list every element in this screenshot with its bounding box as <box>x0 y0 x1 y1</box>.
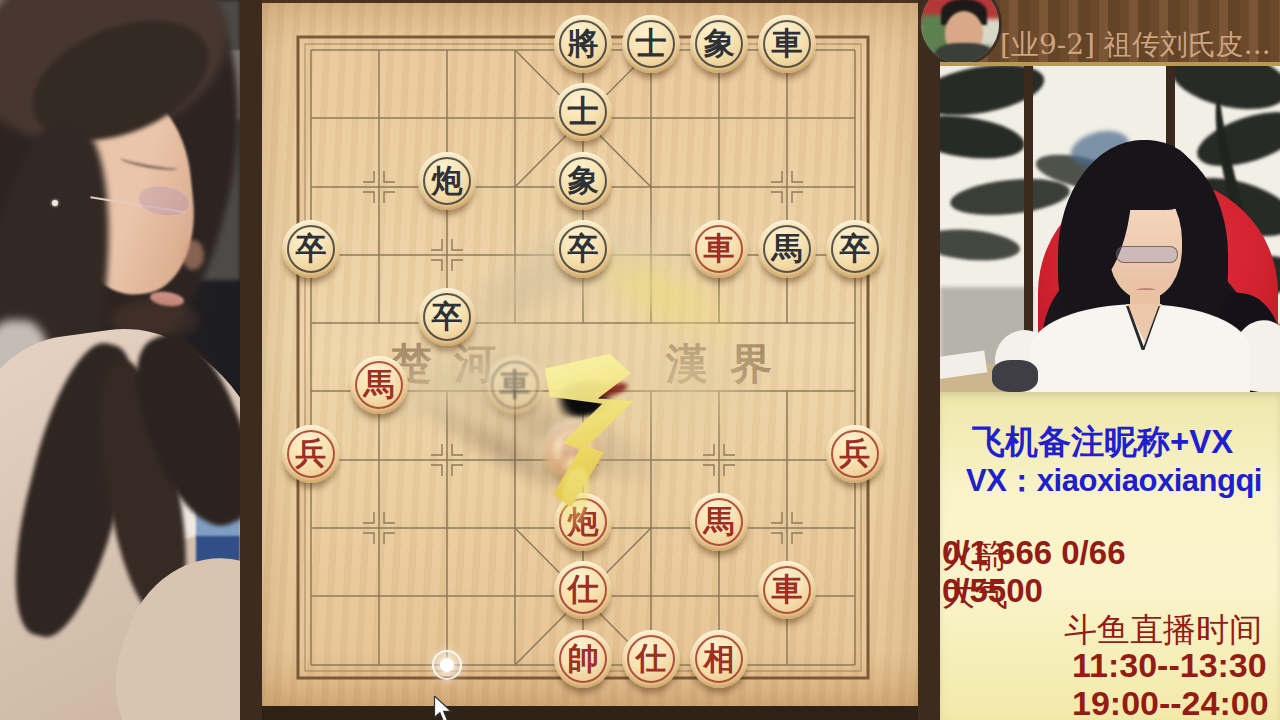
piece-glyph: 兵 <box>840 438 871 469</box>
piece-red-elephant[interactable]: 相 <box>690 630 748 688</box>
piece-red-general[interactable]: 帥 <box>554 630 612 688</box>
piece-black-soldier[interactable]: 卒 <box>418 288 476 346</box>
piece-black-advisor[interactable]: 士 <box>554 83 612 141</box>
river-label-right: 漢界 <box>666 336 794 392</box>
piece-glyph: 卒 <box>296 233 327 264</box>
piece-glyph: 車 <box>772 28 803 59</box>
info-panel: 飞机备注昵称+VX VX：xiaoxiaoxiangqi 火箭 0/1 666 … <box>940 392 1280 720</box>
piece-glyph: 馬 <box>364 369 395 400</box>
schedule-time-1: 11:30--13:30 <box>1072 646 1267 685</box>
piece-glyph: 仕 <box>568 574 599 605</box>
board-top-edge <box>262 0 918 3</box>
frame-gold-trim <box>940 62 1280 66</box>
piece-glyph: 馬 <box>772 233 803 264</box>
piece-glyph: 象 <box>704 28 735 59</box>
piece-red-chariot[interactable]: 車 <box>758 561 816 619</box>
contact-line-1: 飞机备注昵称+VX <box>972 420 1233 465</box>
earring <box>52 200 58 206</box>
mouse-cursor <box>433 696 457 720</box>
piece-black-general[interactable]: 將 <box>554 15 612 73</box>
piece-glyph: 象 <box>568 165 599 196</box>
stream-screenshot: OH 'AN 楚河 漢界 將士象車士炮象卒卒車馬卒卒車馬兵兵兵炮馬仕車帥仕 <box>0 0 1280 720</box>
piece-glyph: 炮 <box>432 165 463 196</box>
right-webcam-panel <box>940 62 1280 392</box>
piece-red-horse[interactable]: 馬 <box>690 493 748 551</box>
contact-line-2: VX：xiaoxiaoxiangqi <box>966 460 1262 502</box>
gift-value: 0/5500 <box>942 572 1043 610</box>
right-panel: [业9-2] 祖传刘氏皮... <box>940 0 1280 720</box>
piece-glyph: 士 <box>636 28 667 59</box>
xiangqi-game-area: 楚河 漢界 將士象車士炮象卒卒車馬卒卒車馬兵兵兵炮馬仕車帥仕相 <box>240 0 940 720</box>
schedule-time-2: 19:00--24:00 <box>1072 684 1269 720</box>
piece-red-soldier[interactable]: 兵 <box>826 425 884 483</box>
piece-black-soldier[interactable]: 卒 <box>826 220 884 278</box>
piece-glyph: 將 <box>568 28 599 59</box>
piece-red-soldier[interactable]: 兵 <box>282 425 340 483</box>
piece-glyph: 卒 <box>568 233 599 264</box>
pine-mural-branch <box>940 226 1021 265</box>
piece-black-soldier[interactable]: 卒 <box>554 220 612 278</box>
piece-glyph: 士 <box>568 96 599 127</box>
piece-black-soldier[interactable]: 卒 <box>282 220 340 278</box>
piece-red-advisor[interactable]: 仕 <box>622 630 680 688</box>
piece-black-elephant[interactable]: 象 <box>554 152 612 210</box>
xiangqi-board[interactable]: 楚河 漢界 將士象車士炮象卒卒車馬卒卒車馬兵兵兵炮馬仕車帥仕相 <box>262 0 918 708</box>
piece-glyph: 馬 <box>704 506 735 537</box>
piece-black-chariot[interactable]: 車 <box>758 15 816 73</box>
piece-black-horse[interactable]: 馬 <box>758 220 816 278</box>
piece-glyph: 卒 <box>432 301 463 332</box>
gift-value: 0/1 666 0/66 <box>942 534 1126 572</box>
piece-red-horse[interactable]: 馬 <box>350 356 408 414</box>
piece-glyph: 車 <box>500 369 531 400</box>
piece-glyph: 車 <box>704 233 735 264</box>
pine-mural-branch <box>949 174 1072 220</box>
stream-title: [业9-2] 祖传刘氏皮... <box>1000 26 1271 62</box>
piece-glyph: 仕 <box>636 643 667 674</box>
piece-red-chariot[interactable]: 車 <box>690 220 748 278</box>
piece-red-advisor[interactable]: 仕 <box>554 561 612 619</box>
piece-glyph: 帥 <box>568 643 599 674</box>
piece-glyph: 車 <box>772 574 803 605</box>
piece-black-advisor[interactable]: 士 <box>622 15 680 73</box>
piece-black-elephant[interactable]: 象 <box>690 15 748 73</box>
piece-black-chariot-ghost[interactable]: 車 <box>486 356 544 414</box>
last-move-marker <box>440 658 454 672</box>
player-glasses <box>1116 246 1178 263</box>
piece-black-cannon[interactable]: 炮 <box>418 152 476 210</box>
board-bottom-edge <box>262 706 918 720</box>
pine-mural-branch <box>940 109 1027 165</box>
piece-glyph: 卒 <box>840 233 871 264</box>
streamer-nose-shadow <box>182 240 204 270</box>
left-webcam-panel: OH 'AN <box>0 0 240 720</box>
piece-glyph: 兵 <box>296 438 327 469</box>
chair-armrest <box>992 360 1038 392</box>
piece-glyph: 相 <box>704 643 735 674</box>
